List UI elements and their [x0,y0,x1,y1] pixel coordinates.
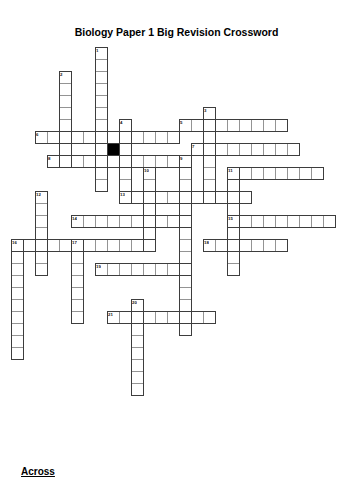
grid-cell[interactable] [167,131,180,144]
grid-cell[interactable] [323,215,336,228]
crossword-page: Biology Paper 1 Big Revision Crossword 1… [0,0,353,500]
grid-cell[interactable] [143,239,156,252]
grid-cell[interactable] [311,167,324,180]
grid-cell[interactable] [239,191,252,204]
grid-cell[interactable] [95,179,108,192]
grid-cell[interactable] [203,311,216,324]
grid-cell[interactable] [179,323,192,336]
grid-cell[interactable] [287,143,300,156]
page-title: Biology Paper 1 Big Revision Crossword [0,26,353,38]
black-cell [107,143,120,156]
grid-cell[interactable] [131,383,144,396]
across-heading: Across [21,466,55,477]
grid-cell[interactable] [227,263,240,276]
grid-cell[interactable] [71,311,84,324]
grid-cell[interactable] [275,119,288,132]
grid-cell[interactable] [35,263,48,276]
grid-cell[interactable] [11,347,24,360]
grid-cell[interactable] [275,239,288,252]
crossword-grid: 123456789101112131415161718192021 [11,47,348,396]
